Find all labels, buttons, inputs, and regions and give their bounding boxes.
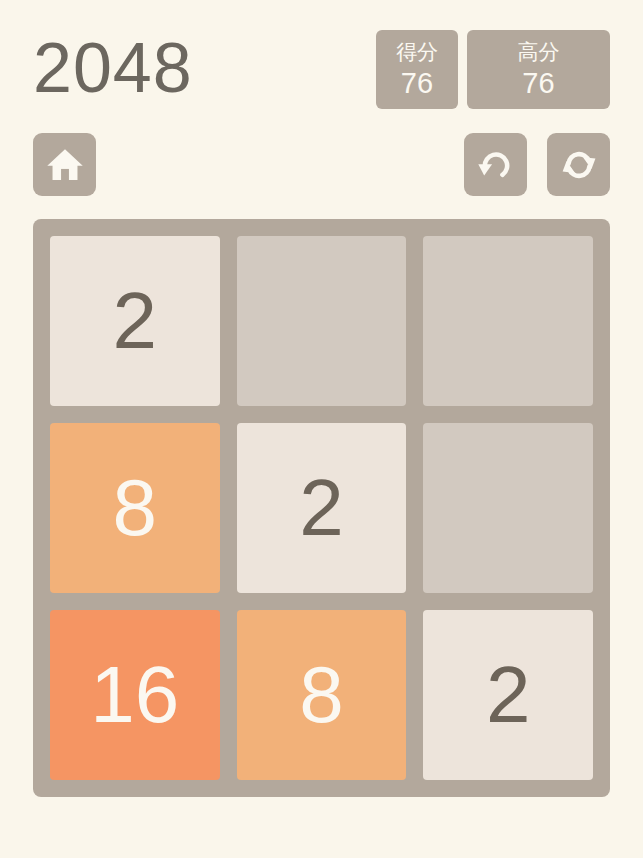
best-score-value: 76 bbox=[522, 69, 554, 98]
restart-button[interactable] bbox=[547, 133, 610, 196]
score-box: 得分 76 bbox=[376, 30, 458, 109]
home-icon bbox=[44, 144, 86, 186]
empty-cell-r2c3 bbox=[423, 423, 593, 593]
score-label: 得分 bbox=[396, 41, 438, 62]
tile-8-r2c1: 8 bbox=[50, 423, 220, 593]
tile-16-r3c1: 16 bbox=[50, 610, 220, 780]
tile-8-r3c2: 8 bbox=[237, 610, 407, 780]
restart-icon bbox=[558, 144, 600, 186]
empty-cell-r1c3 bbox=[423, 236, 593, 406]
header: 2048 得分 76 高分 76 bbox=[33, 0, 610, 109]
game-title: 2048 bbox=[33, 30, 193, 106]
undo-button[interactable] bbox=[464, 133, 527, 196]
app: { "game": "2048", "position": "2,0,0/8,2… bbox=[0, 0, 643, 858]
empty-cell-r1c2 bbox=[237, 236, 407, 406]
best-score-label: 高分 bbox=[518, 41, 560, 62]
page: 2048 得分 76 高分 76 bbox=[0, 0, 643, 797]
board[interactable]: 2821682 bbox=[33, 219, 610, 797]
controls-row bbox=[33, 133, 610, 196]
tile-2-r3c3: 2 bbox=[423, 610, 593, 780]
tile-2-r1c1: 2 bbox=[50, 236, 220, 406]
right-controls bbox=[464, 133, 610, 196]
tile-2-r2c2: 2 bbox=[237, 423, 407, 593]
score-panel: 得分 76 高分 76 bbox=[376, 30, 610, 109]
best-score-box: 高分 76 bbox=[467, 30, 610, 109]
score-value: 76 bbox=[401, 69, 433, 98]
home-button[interactable] bbox=[33, 133, 96, 196]
undo-icon bbox=[475, 144, 517, 186]
